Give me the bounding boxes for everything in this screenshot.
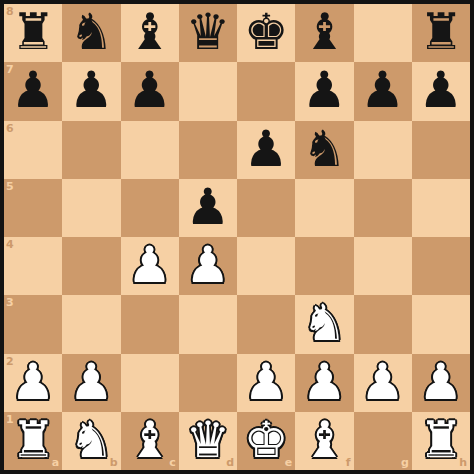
square-e6[interactable]: ♟ xyxy=(237,121,295,179)
square-c6[interactable] xyxy=(121,121,179,179)
square-g2[interactable]: ♟ xyxy=(354,354,412,412)
square-e7[interactable] xyxy=(237,62,295,120)
board-frame: 8♜♞♝♛♚♝♜7♟♟♟♟♟♟6♟♞5♟4♟♟3♞2♟♟♟♟♟♟1a♜b♞c♝d… xyxy=(0,0,474,474)
square-b4[interactable] xyxy=(62,237,120,295)
square-h8[interactable]: ♜ xyxy=(412,4,470,62)
square-b3[interactable] xyxy=(62,295,120,353)
square-d6[interactable] xyxy=(179,121,237,179)
square-g4[interactable] xyxy=(354,237,412,295)
square-a1[interactable]: 1a♜ xyxy=(4,412,62,470)
square-c2[interactable] xyxy=(121,354,179,412)
piece-white-knight-f3[interactable]: ♞ xyxy=(302,295,347,352)
square-g8[interactable] xyxy=(354,4,412,62)
square-f8[interactable]: ♝ xyxy=(295,4,353,62)
piece-black-pawn-e6[interactable]: ♟ xyxy=(244,121,289,178)
piece-white-bishop-c1[interactable]: ♝ xyxy=(127,412,172,469)
square-d8[interactable]: ♛ xyxy=(179,4,237,62)
square-h4[interactable] xyxy=(412,237,470,295)
square-a6[interactable]: 6 xyxy=(4,121,62,179)
square-g6[interactable] xyxy=(354,121,412,179)
piece-black-king-e8[interactable]: ♚ xyxy=(244,4,289,61)
piece-black-pawn-f7[interactable]: ♟ xyxy=(302,62,347,119)
piece-white-pawn-g2[interactable]: ♟ xyxy=(360,354,405,411)
square-a5[interactable]: 5 xyxy=(4,179,62,237)
square-e5[interactable] xyxy=(237,179,295,237)
piece-black-pawn-c7[interactable]: ♟ xyxy=(127,62,172,119)
square-e1[interactable]: e♚ xyxy=(237,412,295,470)
square-f7[interactable]: ♟ xyxy=(295,62,353,120)
piece-black-bishop-c8[interactable]: ♝ xyxy=(127,4,172,61)
square-a4[interactable]: 4 xyxy=(4,237,62,295)
piece-white-pawn-f2[interactable]: ♟ xyxy=(302,354,347,411)
square-c1[interactable]: c♝ xyxy=(121,412,179,470)
piece-black-pawn-g7[interactable]: ♟ xyxy=(360,62,405,119)
piece-white-bishop-f1[interactable]: ♝ xyxy=(302,412,347,469)
chess-board: 8♜♞♝♛♚♝♜7♟♟♟♟♟♟6♟♞5♟4♟♟3♞2♟♟♟♟♟♟1a♜b♞c♝d… xyxy=(4,4,470,470)
piece-black-pawn-b7[interactable]: ♟ xyxy=(69,62,114,119)
square-c4[interactable]: ♟ xyxy=(121,237,179,295)
piece-black-bishop-f8[interactable]: ♝ xyxy=(302,4,347,61)
square-f5[interactable] xyxy=(295,179,353,237)
piece-white-knight-b1[interactable]: ♞ xyxy=(69,412,114,469)
square-f2[interactable]: ♟ xyxy=(295,354,353,412)
square-c7[interactable]: ♟ xyxy=(121,62,179,120)
piece-white-rook-a1[interactable]: ♜ xyxy=(11,412,56,469)
square-f1[interactable]: f♝ xyxy=(295,412,353,470)
square-a7[interactable]: 7♟ xyxy=(4,62,62,120)
piece-black-pawn-h7[interactable]: ♟ xyxy=(418,62,463,119)
piece-white-queen-d1[interactable]: ♛ xyxy=(185,412,230,469)
piece-white-pawn-b2[interactable]: ♟ xyxy=(69,354,114,411)
square-g1[interactable]: g xyxy=(354,412,412,470)
piece-white-pawn-a2[interactable]: ♟ xyxy=(11,354,56,411)
square-e2[interactable]: ♟ xyxy=(237,354,295,412)
piece-black-knight-b8[interactable]: ♞ xyxy=(69,4,114,61)
square-h7[interactable]: ♟ xyxy=(412,62,470,120)
piece-white-pawn-e2[interactable]: ♟ xyxy=(244,354,289,411)
piece-white-king-e1[interactable]: ♚ xyxy=(244,412,289,469)
square-b1[interactable]: b♞ xyxy=(62,412,120,470)
square-d7[interactable] xyxy=(179,62,237,120)
piece-white-pawn-c4[interactable]: ♟ xyxy=(127,237,172,294)
piece-white-rook-h1[interactable]: ♜ xyxy=(418,412,463,469)
piece-black-queen-d8[interactable]: ♛ xyxy=(185,4,230,61)
square-a2[interactable]: 2♟ xyxy=(4,354,62,412)
piece-black-pawn-d5[interactable]: ♟ xyxy=(185,179,230,236)
square-g3[interactable] xyxy=(354,295,412,353)
square-f3[interactable]: ♞ xyxy=(295,295,353,353)
square-h6[interactable] xyxy=(412,121,470,179)
piece-black-knight-f6[interactable]: ♞ xyxy=(302,121,347,178)
square-b5[interactable] xyxy=(62,179,120,237)
square-d4[interactable]: ♟ xyxy=(179,237,237,295)
piece-black-rook-h8[interactable]: ♜ xyxy=(418,4,463,61)
square-b6[interactable] xyxy=(62,121,120,179)
piece-black-rook-a8[interactable]: ♜ xyxy=(11,4,56,61)
square-h1[interactable]: h♜ xyxy=(412,412,470,470)
square-h3[interactable] xyxy=(412,295,470,353)
square-g5[interactable] xyxy=(354,179,412,237)
square-a3[interactable]: 3 xyxy=(4,295,62,353)
square-h2[interactable]: ♟ xyxy=(412,354,470,412)
square-d3[interactable] xyxy=(179,295,237,353)
square-f4[interactable] xyxy=(295,237,353,295)
file-label-g: g xyxy=(401,457,409,468)
square-c8[interactable]: ♝ xyxy=(121,4,179,62)
piece-white-pawn-d4[interactable]: ♟ xyxy=(185,237,230,294)
square-d5[interactable]: ♟ xyxy=(179,179,237,237)
square-e3[interactable] xyxy=(237,295,295,353)
square-c5[interactable] xyxy=(121,179,179,237)
square-d2[interactable] xyxy=(179,354,237,412)
rank-label-4: 4 xyxy=(6,239,14,250)
rank-label-5: 5 xyxy=(6,181,14,192)
square-f6[interactable]: ♞ xyxy=(295,121,353,179)
square-g7[interactable]: ♟ xyxy=(354,62,412,120)
square-b2[interactable]: ♟ xyxy=(62,354,120,412)
square-b8[interactable]: ♞ xyxy=(62,4,120,62)
square-h5[interactable] xyxy=(412,179,470,237)
square-d1[interactable]: d♛ xyxy=(179,412,237,470)
piece-white-pawn-h2[interactable]: ♟ xyxy=(418,354,463,411)
piece-black-pawn-a7[interactable]: ♟ xyxy=(11,62,56,119)
square-e4[interactable] xyxy=(237,237,295,295)
square-a8[interactable]: 8♜ xyxy=(4,4,62,62)
rank-label-6: 6 xyxy=(6,123,14,134)
square-b7[interactable]: ♟ xyxy=(62,62,120,120)
square-c3[interactable] xyxy=(121,295,179,353)
rank-label-3: 3 xyxy=(6,297,14,308)
square-e8[interactable]: ♚ xyxy=(237,4,295,62)
